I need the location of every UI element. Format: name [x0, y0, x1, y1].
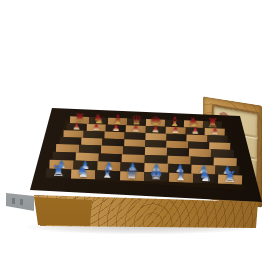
blue-bishop: ♝	[168, 167, 193, 183]
square-b1: ♞	[71, 169, 96, 179]
blue-knight: ♞	[70, 164, 95, 180]
square-f1: ♝	[168, 173, 193, 183]
blue-king: ♚	[144, 167, 169, 183]
square-a1: ♜	[46, 168, 71, 178]
blue-knight: ♞	[193, 168, 218, 184]
chessboard: ♜♞♝♛♚♝♞♜♟♟♟♟♟♟♟♟♟♟♟♟♟♟♟♟♜♞♝♛♚♝♞♜	[39, 115, 251, 186]
square-d1: ♛	[119, 171, 144, 181]
latch-screw-mark	[20, 199, 23, 205]
square-e1: ♚	[144, 172, 169, 182]
product-photo-chess-box-set: ♛♟♛♟ ♜♞♝♛♚♝♞♜♟♟♟♟♟♟♟♟♟♟♟♟♟♟♟♟♜♞♝♛♚♝♞♜	[0, 0, 278, 278]
latch-screw-mark	[12, 198, 15, 204]
square-c1: ♝	[95, 170, 120, 180]
blue-rook: ♜	[217, 169, 242, 185]
blue-queen: ♛	[119, 166, 144, 182]
square-g1: ♞	[193, 173, 218, 183]
blue-rook: ♜	[46, 163, 71, 179]
square-h1: ♜	[217, 174, 242, 184]
blue-bishop: ♝	[95, 165, 120, 181]
